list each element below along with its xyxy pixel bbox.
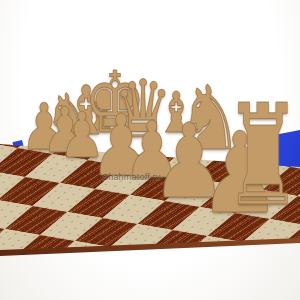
watermark-text: Shahmatoff.ru	[102, 172, 161, 182]
piece-white-rook-kingside: ♜	[224, 86, 300, 226]
chess-set-product-photo: ♝♞♝♚♛♝♟♟♟♞♟♟♟♟♜ Shahmatoff.ru	[0, 0, 300, 300]
